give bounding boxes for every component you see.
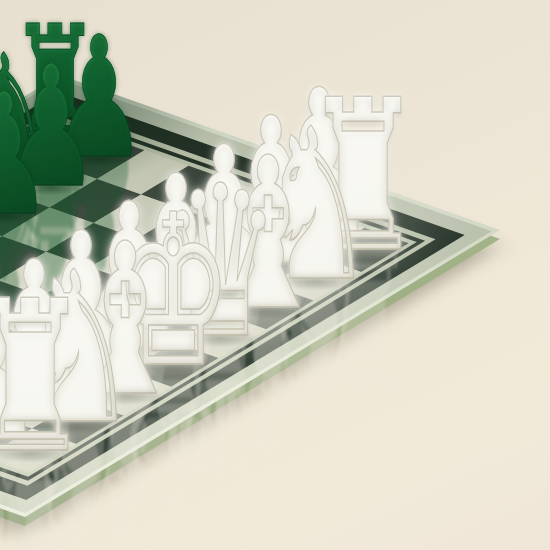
- chess-photo-scene: ♜♜♞♞♝♝♛♛♚♚♝♝♞♞♜♜♟♟♟♟♟♟♟♟♟♟♟♟♟♟♟♟♟♟♟♟♟♟♟♟…: [0, 0, 550, 550]
- piece-white-rook-h1: ♜: [0, 273, 90, 483]
- pieces-layer: ♜♜♞♞♝♝♛♛♚♚♝♝♞♞♜♜♟♟♟♟♟♟♟♟♟♟♟♟♟♟♟♟♟♟♟♟♟♟♟♟…: [0, 0, 550, 550]
